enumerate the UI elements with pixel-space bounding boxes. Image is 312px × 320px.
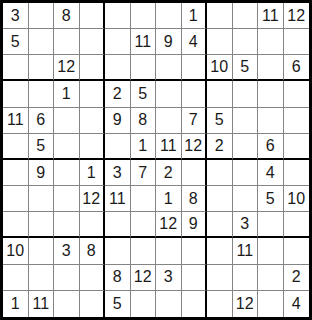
cell-r6c8: 12 (182, 134, 208, 160)
cell-r7c11: 4 (258, 160, 284, 186)
cell-r5c2: 6 (29, 108, 55, 134)
cell-r6c7: 11 (156, 134, 182, 160)
cell-r7c3[interactable] (54, 160, 80, 186)
cell-r2c10[interactable] (233, 29, 259, 55)
cell-r8c11: 5 (258, 186, 284, 212)
cell-r7c6: 7 (131, 160, 157, 186)
cell-r10c11[interactable] (258, 238, 284, 264)
cell-r4c5: 2 (105, 81, 131, 107)
cell-r6c3[interactable] (54, 134, 80, 160)
cell-r10c1: 10 (3, 238, 29, 264)
cell-r10c3: 3 (54, 238, 80, 264)
cell-r3c7[interactable] (156, 55, 182, 81)
cell-r12c6[interactable] (131, 291, 157, 317)
cell-r5c1: 11 (3, 108, 29, 134)
cell-r9c10: 3 (233, 212, 259, 238)
cell-r8c9[interactable] (207, 186, 233, 212)
cell-r3c10: 5 (233, 55, 259, 81)
cell-r11c2[interactable] (29, 265, 55, 291)
cell-r10c4: 8 (80, 238, 106, 264)
cell-r2c5[interactable] (105, 29, 131, 55)
cell-r5c4[interactable] (80, 108, 106, 134)
cell-r12c8[interactable] (182, 291, 208, 317)
cell-r7c10[interactable] (233, 160, 259, 186)
cell-r1c2[interactable] (29, 3, 55, 29)
cell-r1c12: 12 (284, 3, 310, 29)
cell-r4c6: 5 (131, 81, 157, 107)
cell-r12c4[interactable] (80, 291, 106, 317)
cell-r1c1: 3 (3, 3, 29, 29)
cell-r12c11[interactable] (258, 291, 284, 317)
cell-r8c1[interactable] (3, 186, 29, 212)
cell-r11c6: 12 (131, 265, 157, 291)
cell-r12c7[interactable] (156, 291, 182, 317)
cell-r11c7: 3 (156, 265, 182, 291)
cell-r11c12: 2 (284, 265, 310, 291)
cell-r2c9[interactable] (207, 29, 233, 55)
cell-r3c2[interactable] (29, 55, 55, 81)
cell-r1c7[interactable] (156, 3, 182, 29)
cell-r11c10[interactable] (233, 265, 259, 291)
cell-r7c4: 1 (80, 160, 106, 186)
cell-r10c5[interactable] (105, 238, 131, 264)
cell-r11c3[interactable] (54, 265, 80, 291)
cell-r7c1[interactable] (3, 160, 29, 186)
cell-r12c1: 1 (3, 291, 29, 317)
cell-r8c10[interactable] (233, 186, 259, 212)
cell-r6c9: 2 (207, 134, 233, 160)
cell-r12c3[interactable] (54, 291, 80, 317)
cell-r9c11[interactable] (258, 212, 284, 238)
cell-r9c5[interactable] (105, 212, 131, 238)
cell-r2c8: 4 (182, 29, 208, 55)
cell-r9c12[interactable] (284, 212, 310, 238)
cell-r8c8: 8 (182, 186, 208, 212)
sudoku-board: 3811112511941210561251169875511112269137… (0, 0, 312, 320)
cell-r7c12[interactable] (284, 160, 310, 186)
cell-r1c9[interactable] (207, 3, 233, 29)
cell-r2c6: 11 (131, 29, 157, 55)
cell-r7c8[interactable] (182, 160, 208, 186)
cell-r8c4: 12 (80, 186, 106, 212)
cell-r12c2: 11 (29, 291, 55, 317)
cell-r5c5: 9 (105, 108, 131, 134)
cell-r7c5: 3 (105, 160, 131, 186)
cell-r5c12[interactable] (284, 108, 310, 134)
cell-r10c2[interactable] (29, 238, 55, 264)
cell-r7c7: 2 (156, 160, 182, 186)
cell-r8c6[interactable] (131, 186, 157, 212)
cell-r4c11[interactable] (258, 81, 284, 107)
cell-r2c7: 9 (156, 29, 182, 55)
cell-r4c2[interactable] (29, 81, 55, 107)
cell-r1c8: 1 (182, 3, 208, 29)
cell-r8c3[interactable] (54, 186, 80, 212)
cell-r7c2: 9 (29, 160, 55, 186)
cell-r4c1[interactable] (3, 81, 29, 107)
cell-r11c8[interactable] (182, 265, 208, 291)
cell-r8c12: 10 (284, 186, 310, 212)
cell-r2c3[interactable] (54, 29, 80, 55)
cell-r9c2[interactable] (29, 212, 55, 238)
cell-r4c10[interactable] (233, 81, 259, 107)
cell-r5c10[interactable] (233, 108, 259, 134)
cell-r5c9: 5 (207, 108, 233, 134)
cell-r2c1: 5 (3, 29, 29, 55)
cell-r8c7: 1 (156, 186, 182, 212)
cell-r9c8: 9 (182, 212, 208, 238)
cell-r11c9[interactable] (207, 265, 233, 291)
cell-r2c12[interactable] (284, 29, 310, 55)
cell-r8c2[interactable] (29, 186, 55, 212)
cell-r2c4[interactable] (80, 29, 106, 55)
cell-r11c11[interactable] (258, 265, 284, 291)
cell-r1c3: 8 (54, 3, 80, 29)
cell-r9c1[interactable] (3, 212, 29, 238)
cell-r3c1[interactable] (3, 55, 29, 81)
cell-r3c12: 6 (284, 55, 310, 81)
cell-r10c12[interactable] (284, 238, 310, 264)
cell-r12c12: 4 (284, 291, 310, 317)
cell-r6c10[interactable] (233, 134, 259, 160)
cell-r4c12[interactable] (284, 81, 310, 107)
cell-r5c6: 8 (131, 108, 157, 134)
cell-r6c6: 1 (131, 134, 157, 160)
cell-r11c5: 8 (105, 265, 131, 291)
cell-r4c9[interactable] (207, 81, 233, 107)
cell-r1c5[interactable] (105, 3, 131, 29)
cell-r1c4[interactable] (80, 3, 106, 29)
cell-r3c5[interactable] (105, 55, 131, 81)
cell-r1c6[interactable] (131, 3, 157, 29)
cell-r10c7[interactable] (156, 238, 182, 264)
cell-r3c3: 12 (54, 55, 80, 81)
cell-r3c8[interactable] (182, 55, 208, 81)
cell-r9c4[interactable] (80, 212, 106, 238)
cell-r10c10: 11 (233, 238, 259, 264)
cell-r9c7: 12 (156, 212, 182, 238)
cell-r9c3[interactable] (54, 212, 80, 238)
cell-r6c5[interactable] (105, 134, 131, 160)
cell-r6c1[interactable] (3, 134, 29, 160)
cell-r3c11[interactable] (258, 55, 284, 81)
cell-r3c9: 10 (207, 55, 233, 81)
cell-r5c11[interactable] (258, 108, 284, 134)
cell-r5c7[interactable] (156, 108, 182, 134)
cell-r6c4[interactable] (80, 134, 106, 160)
cell-r4c8[interactable] (182, 81, 208, 107)
cell-r1c10[interactable] (233, 3, 259, 29)
cell-r12c10: 12 (233, 291, 259, 317)
cell-r11c4[interactable] (80, 265, 106, 291)
cell-r6c11: 6 (258, 134, 284, 160)
cell-r10c6[interactable] (131, 238, 157, 264)
cell-r4c7[interactable] (156, 81, 182, 107)
cell-r9c6[interactable] (131, 212, 157, 238)
cell-r2c2[interactable] (29, 29, 55, 55)
cell-r8c5: 11 (105, 186, 131, 212)
cell-r6c2: 5 (29, 134, 55, 160)
cell-r10c8[interactable] (182, 238, 208, 264)
cell-r7c9[interactable] (207, 160, 233, 186)
cell-r1c11: 11 (258, 3, 284, 29)
cell-r5c8: 7 (182, 108, 208, 134)
cell-r11c1[interactable] (3, 265, 29, 291)
cell-r10c9[interactable] (207, 238, 233, 264)
cell-r4c4[interactable] (80, 81, 106, 107)
cell-r12c5: 5 (105, 291, 131, 317)
cell-r12c9[interactable] (207, 291, 233, 317)
cell-r9c9[interactable] (207, 212, 233, 238)
cell-r3c6[interactable] (131, 55, 157, 81)
cell-r5c3[interactable] (54, 108, 80, 134)
cell-r3c4[interactable] (80, 55, 106, 81)
cell-r2c11[interactable] (258, 29, 284, 55)
cell-r6c12[interactable] (284, 134, 310, 160)
cell-r4c3: 1 (54, 81, 80, 107)
